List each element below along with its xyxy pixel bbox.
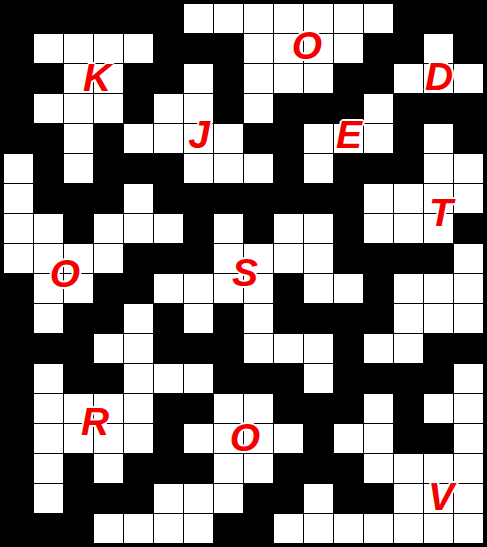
cell-r8c13[interactable] bbox=[364, 214, 393, 243]
cell-r7c16[interactable] bbox=[454, 184, 483, 213]
cell-r14c1 bbox=[4, 394, 33, 423]
cell-r17c11[interactable] bbox=[304, 484, 333, 513]
cell-r18c13[interactable] bbox=[364, 514, 393, 543]
cell-r5c2 bbox=[34, 124, 63, 153]
cell-r5c6[interactable] bbox=[154, 124, 183, 153]
cell-r7c11 bbox=[304, 184, 333, 213]
cell-r11c9[interactable] bbox=[244, 304, 273, 333]
cell-r8c3 bbox=[64, 214, 93, 243]
cell-r4c15 bbox=[424, 94, 453, 123]
cell-r7c14[interactable] bbox=[394, 184, 423, 213]
cell-r9c4[interactable] bbox=[94, 244, 123, 273]
cell-r6c3[interactable] bbox=[64, 154, 93, 183]
cell-r5c4 bbox=[94, 124, 123, 153]
cell-r14c11 bbox=[304, 394, 333, 423]
cell-r2c12[interactable] bbox=[334, 34, 363, 63]
cell-r16c5 bbox=[124, 454, 153, 483]
cell-r10c12[interactable] bbox=[334, 274, 363, 303]
cell-r4c3[interactable] bbox=[64, 94, 93, 123]
cell-r18c9 bbox=[244, 514, 273, 543]
cell-r1c4 bbox=[94, 4, 123, 33]
cell-r14c2[interactable] bbox=[34, 394, 63, 423]
cell-r5c11[interactable] bbox=[304, 124, 333, 153]
cell-r6c11[interactable] bbox=[304, 154, 333, 183]
cell-r9c8[interactable] bbox=[214, 244, 243, 273]
cell-r18c3 bbox=[64, 514, 93, 543]
cell-r18c14[interactable] bbox=[394, 514, 423, 543]
cell-r5c12[interactable] bbox=[334, 124, 363, 153]
cell-r12c13[interactable] bbox=[364, 334, 393, 363]
cell-r12c6 bbox=[154, 334, 183, 363]
cell-r7c4 bbox=[94, 184, 123, 213]
cell-r3c14[interactable] bbox=[394, 64, 423, 93]
cell-r7c8 bbox=[214, 184, 243, 213]
cell-r12c2 bbox=[34, 334, 63, 363]
cell-r5c14 bbox=[394, 124, 423, 153]
cell-r9c2[interactable] bbox=[34, 244, 63, 273]
cell-r8c15[interactable] bbox=[424, 214, 453, 243]
cell-r11c11 bbox=[304, 304, 333, 333]
cell-r7c1[interactable] bbox=[4, 184, 33, 213]
cell-r9c5 bbox=[124, 244, 153, 273]
cell-r9c3[interactable] bbox=[64, 244, 93, 273]
cell-r10c16[interactable] bbox=[454, 274, 483, 303]
cell-r6c13 bbox=[364, 154, 393, 183]
cell-r7c5[interactable] bbox=[124, 184, 153, 213]
cell-r3c16[interactable] bbox=[454, 64, 483, 93]
cell-r5c5[interactable] bbox=[124, 124, 153, 153]
cell-r13c16[interactable] bbox=[454, 364, 483, 393]
cell-r18c11[interactable] bbox=[304, 514, 333, 543]
cell-r9c11[interactable] bbox=[304, 244, 333, 273]
cell-r16c8[interactable] bbox=[214, 454, 243, 483]
cell-r4c10 bbox=[274, 94, 303, 123]
cell-r11c14[interactable] bbox=[394, 304, 423, 333]
cell-r11c13 bbox=[364, 304, 393, 333]
cell-r2c6 bbox=[154, 34, 183, 63]
cell-r12c8 bbox=[214, 334, 243, 363]
cell-r10c5 bbox=[124, 274, 153, 303]
cell-r15c8[interactable] bbox=[214, 424, 243, 453]
cell-r2c8 bbox=[214, 34, 243, 63]
cell-r4c11 bbox=[304, 94, 333, 123]
cell-r4c12 bbox=[334, 94, 363, 123]
cell-r16c16[interactable] bbox=[454, 454, 483, 483]
cell-r11c2[interactable] bbox=[34, 304, 63, 333]
cell-r8c16 bbox=[454, 214, 483, 243]
cell-r1c7[interactable] bbox=[184, 4, 213, 33]
cell-r8c4[interactable] bbox=[94, 214, 123, 243]
cell-r12c3 bbox=[64, 334, 93, 363]
cell-r3c15[interactable] bbox=[424, 64, 453, 93]
cell-r10c9[interactable] bbox=[244, 274, 273, 303]
cell-r14c5[interactable] bbox=[124, 394, 153, 423]
cell-r13c12 bbox=[334, 364, 363, 393]
cell-r6c7[interactable] bbox=[184, 154, 213, 183]
cell-r8c14[interactable] bbox=[394, 214, 423, 243]
cell-r14c15[interactable] bbox=[424, 394, 453, 423]
cell-r5c1 bbox=[4, 124, 33, 153]
cell-r11c6 bbox=[154, 304, 183, 333]
cell-r17c14[interactable] bbox=[394, 484, 423, 513]
cell-r16c4[interactable] bbox=[94, 454, 123, 483]
cell-r16c13[interactable] bbox=[364, 454, 393, 483]
cell-r3c2 bbox=[34, 64, 63, 93]
cell-r6c5 bbox=[124, 154, 153, 183]
cell-r12c1 bbox=[4, 334, 33, 363]
cell-r4c5 bbox=[124, 94, 153, 123]
cell-r4c13[interactable] bbox=[364, 94, 393, 123]
cell-r16c15[interactable] bbox=[424, 454, 453, 483]
cell-r15c13[interactable] bbox=[364, 424, 393, 453]
cell-r14c10 bbox=[274, 394, 303, 423]
cell-r14c3[interactable] bbox=[64, 394, 93, 423]
cell-r12c11[interactable] bbox=[304, 334, 333, 363]
cell-r1c12[interactable] bbox=[334, 4, 363, 33]
cell-r2c9[interactable] bbox=[244, 34, 273, 63]
cell-r18c4[interactable] bbox=[94, 514, 123, 543]
cell-r1c11[interactable] bbox=[304, 4, 333, 33]
cell-r11c7[interactable] bbox=[184, 304, 213, 333]
cell-r14c8[interactable] bbox=[214, 394, 243, 423]
cell-r2c2[interactable] bbox=[34, 34, 63, 63]
cell-r3c3[interactable] bbox=[64, 64, 93, 93]
cell-r8c5[interactable] bbox=[124, 214, 153, 243]
cell-r12c7 bbox=[184, 334, 213, 363]
cell-r17c4 bbox=[94, 484, 123, 513]
cell-r10c7[interactable] bbox=[184, 274, 213, 303]
cell-r11c8 bbox=[214, 304, 243, 333]
cell-r5c8[interactable] bbox=[214, 124, 243, 153]
cell-r4c16 bbox=[454, 94, 483, 123]
cell-r6c12 bbox=[334, 154, 363, 183]
cell-r3c12 bbox=[334, 64, 363, 93]
cell-r16c11 bbox=[304, 454, 333, 483]
cell-r15c5[interactable] bbox=[124, 424, 153, 453]
cell-r3c10[interactable] bbox=[274, 64, 303, 93]
cell-r11c3 bbox=[64, 304, 93, 333]
cell-r7c10 bbox=[274, 184, 303, 213]
cell-r10c1 bbox=[4, 274, 33, 303]
cell-r14c13[interactable] bbox=[364, 394, 393, 423]
grid-cells bbox=[4, 4, 483, 543]
cell-r10c8[interactable] bbox=[214, 274, 243, 303]
cell-r13c11[interactable] bbox=[304, 364, 333, 393]
cell-r16c12 bbox=[334, 454, 363, 483]
cell-r7c15[interactable] bbox=[424, 184, 453, 213]
cell-r5c9 bbox=[244, 124, 273, 153]
cell-r15c1 bbox=[4, 424, 33, 453]
cell-r14c12 bbox=[334, 394, 363, 423]
cell-r13c6[interactable] bbox=[154, 364, 183, 393]
cell-r12c5[interactable] bbox=[124, 334, 153, 363]
cell-r14c7 bbox=[184, 394, 213, 423]
cell-r5c7[interactable] bbox=[184, 124, 213, 153]
cell-r14c4[interactable] bbox=[94, 394, 123, 423]
cell-r3c8 bbox=[214, 64, 243, 93]
cell-r3c1 bbox=[4, 64, 33, 93]
cell-r9c6 bbox=[154, 244, 183, 273]
cell-r13c13 bbox=[364, 364, 393, 393]
cell-r13c3 bbox=[64, 364, 93, 393]
cell-r9c7 bbox=[184, 244, 213, 273]
cell-r6c6 bbox=[154, 154, 183, 183]
cell-r6c10 bbox=[274, 154, 303, 183]
cell-r14c14 bbox=[394, 394, 423, 423]
cell-r2c13 bbox=[364, 34, 393, 63]
cell-r4c7[interactable] bbox=[184, 94, 213, 123]
cell-r7c9 bbox=[244, 184, 273, 213]
cell-r15c10[interactable] bbox=[274, 424, 303, 453]
cell-r1c6 bbox=[154, 4, 183, 33]
cell-r17c3 bbox=[64, 484, 93, 513]
cell-r10c13 bbox=[364, 274, 393, 303]
cell-r7c13[interactable] bbox=[364, 184, 393, 213]
cell-r18c1 bbox=[4, 514, 33, 543]
cell-r2c10[interactable] bbox=[274, 34, 303, 63]
cell-r3c9[interactable] bbox=[244, 64, 273, 93]
cell-r2c14 bbox=[394, 34, 423, 63]
cell-r18c6[interactable] bbox=[154, 514, 183, 543]
cell-r3c6 bbox=[154, 64, 183, 93]
cell-r2c11[interactable] bbox=[304, 34, 333, 63]
cell-r3c13 bbox=[364, 64, 393, 93]
cell-r13c5[interactable] bbox=[124, 364, 153, 393]
cell-r9c10[interactable] bbox=[274, 244, 303, 273]
cell-r4c4[interactable] bbox=[94, 94, 123, 123]
cell-r10c11[interactable] bbox=[304, 274, 333, 303]
cell-r16c9[interactable] bbox=[244, 454, 273, 483]
cell-r17c1 bbox=[4, 484, 33, 513]
cell-r16c1 bbox=[4, 454, 33, 483]
cell-r1c15 bbox=[424, 4, 453, 33]
cell-r15c16[interactable] bbox=[454, 424, 483, 453]
cell-r14c16[interactable] bbox=[454, 394, 483, 423]
cell-r1c3 bbox=[64, 4, 93, 33]
cell-r13c14 bbox=[394, 364, 423, 393]
cell-r17c10 bbox=[274, 484, 303, 513]
cell-r18c2 bbox=[34, 514, 63, 543]
cell-r6c14 bbox=[394, 154, 423, 183]
cell-r11c1 bbox=[4, 304, 33, 333]
cell-r15c11 bbox=[304, 424, 333, 453]
cell-r18c7[interactable] bbox=[184, 514, 213, 543]
cell-r13c7[interactable] bbox=[184, 364, 213, 393]
cell-r5c16 bbox=[454, 124, 483, 153]
cell-r5c13[interactable] bbox=[364, 124, 393, 153]
cell-r8c6[interactable] bbox=[154, 214, 183, 243]
cell-r14c9[interactable] bbox=[244, 394, 273, 423]
cell-r9c1[interactable] bbox=[4, 244, 33, 273]
cell-r1c2 bbox=[34, 4, 63, 33]
cell-r17c8[interactable] bbox=[214, 484, 243, 513]
cell-r13c4 bbox=[94, 364, 123, 393]
cell-r8c2[interactable] bbox=[34, 214, 63, 243]
cell-r1c8[interactable] bbox=[214, 4, 243, 33]
cell-r12c12 bbox=[334, 334, 363, 363]
cell-r12c10[interactable] bbox=[274, 334, 303, 363]
cell-r4c6[interactable] bbox=[154, 94, 183, 123]
cell-r12c9[interactable] bbox=[244, 334, 273, 363]
cell-r9c16[interactable] bbox=[454, 244, 483, 273]
cell-r12c16 bbox=[454, 334, 483, 363]
cell-r17c6[interactable] bbox=[154, 484, 183, 513]
cell-r12c4[interactable] bbox=[94, 334, 123, 363]
cell-r7c2 bbox=[34, 184, 63, 213]
cell-r9c14 bbox=[394, 244, 423, 273]
cell-r15c9[interactable] bbox=[244, 424, 273, 453]
cell-r7c7 bbox=[184, 184, 213, 213]
cell-r4c8 bbox=[214, 94, 243, 123]
cell-r13c8 bbox=[214, 364, 243, 393]
cell-r15c4[interactable] bbox=[94, 424, 123, 453]
cell-r10c14[interactable] bbox=[394, 274, 423, 303]
cell-r5c3[interactable] bbox=[64, 124, 93, 153]
cell-r2c16 bbox=[454, 34, 483, 63]
cell-r10c2[interactable] bbox=[34, 274, 63, 303]
cell-r15c12[interactable] bbox=[334, 424, 363, 453]
cell-r11c12 bbox=[334, 304, 363, 333]
cell-r8c8[interactable] bbox=[214, 214, 243, 243]
cell-r10c4 bbox=[94, 274, 123, 303]
cell-r6c16[interactable] bbox=[454, 154, 483, 183]
cell-r17c7[interactable] bbox=[184, 484, 213, 513]
cell-r17c13 bbox=[364, 484, 393, 513]
cell-r1c13[interactable] bbox=[364, 4, 393, 33]
cell-r2c1 bbox=[4, 34, 33, 63]
cell-r15c14 bbox=[394, 424, 423, 453]
cell-r18c5[interactable] bbox=[124, 514, 153, 543]
cell-r13c10 bbox=[274, 364, 303, 393]
cell-r17c5 bbox=[124, 484, 153, 513]
cell-r10c10 bbox=[274, 274, 303, 303]
cell-r2c7 bbox=[184, 34, 213, 63]
cell-r15c7[interactable] bbox=[184, 424, 213, 453]
cell-r9c15 bbox=[424, 244, 453, 273]
cell-r2c3[interactable] bbox=[64, 34, 93, 63]
cell-r16c7 bbox=[184, 454, 213, 483]
cell-r16c3 bbox=[64, 454, 93, 483]
cell-r17c16[interactable] bbox=[454, 484, 483, 513]
cell-r11c10 bbox=[274, 304, 303, 333]
cell-r7c3 bbox=[64, 184, 93, 213]
cell-r17c12 bbox=[334, 484, 363, 513]
cell-r1c9[interactable] bbox=[244, 4, 273, 33]
cell-r6c4 bbox=[94, 154, 123, 183]
cell-r1c14 bbox=[394, 4, 423, 33]
cell-r13c9 bbox=[244, 364, 273, 393]
cell-r18c10[interactable] bbox=[274, 514, 303, 543]
cell-r16c2[interactable] bbox=[34, 454, 63, 483]
cell-r15c6 bbox=[154, 424, 183, 453]
cell-r7c6 bbox=[154, 184, 183, 213]
cell-r15c3[interactable] bbox=[64, 424, 93, 453]
cell-r1c5 bbox=[124, 4, 153, 33]
cell-r10c3[interactable] bbox=[64, 274, 93, 303]
cell-r13c15 bbox=[424, 364, 453, 393]
cell-r10c15[interactable] bbox=[424, 274, 453, 303]
cell-r8c1[interactable] bbox=[4, 214, 33, 243]
cell-r3c11[interactable] bbox=[304, 64, 333, 93]
cell-r11c16[interactable] bbox=[454, 304, 483, 333]
cell-r7c12 bbox=[334, 184, 363, 213]
cell-r3c4[interactable] bbox=[94, 64, 123, 93]
cell-r18c16[interactable] bbox=[454, 514, 483, 543]
cell-r15c15 bbox=[424, 424, 453, 453]
cell-r8c11[interactable] bbox=[304, 214, 333, 243]
cell-r4c14 bbox=[394, 94, 423, 123]
cell-r1c10[interactable] bbox=[274, 4, 303, 33]
cell-r13c2[interactable] bbox=[34, 364, 63, 393]
cell-r17c2[interactable] bbox=[34, 484, 63, 513]
cell-r4c2[interactable] bbox=[34, 94, 63, 123]
cell-r3c5 bbox=[124, 64, 153, 93]
cell-r8c12 bbox=[334, 214, 363, 243]
cell-r4c9[interactable] bbox=[244, 94, 273, 123]
cell-r5c15[interactable] bbox=[424, 124, 453, 153]
cell-r9c12 bbox=[334, 244, 363, 273]
cell-r6c1[interactable] bbox=[4, 154, 33, 183]
cell-r16c6 bbox=[154, 454, 183, 483]
cell-r8c9 bbox=[244, 214, 273, 243]
cell-r4c1 bbox=[4, 94, 33, 123]
cell-r17c9 bbox=[244, 484, 273, 513]
cell-r2c4[interactable] bbox=[94, 34, 123, 63]
cell-r6c9[interactable] bbox=[244, 154, 273, 183]
cell-r12c14[interactable] bbox=[394, 334, 423, 363]
cell-r16c10 bbox=[274, 454, 303, 483]
cell-r3c7[interactable] bbox=[184, 64, 213, 93]
cell-r16c14[interactable] bbox=[394, 454, 423, 483]
cell-r1c1 bbox=[4, 4, 33, 33]
cell-r2c15[interactable] bbox=[424, 34, 453, 63]
cell-r18c8 bbox=[214, 514, 243, 543]
cell-r14c6 bbox=[154, 394, 183, 423]
crossword-grid: KODJETOSROV bbox=[0, 0, 487, 547]
cell-r17c15[interactable] bbox=[424, 484, 453, 513]
cell-r2c5[interactable] bbox=[124, 34, 153, 63]
cell-r5c10 bbox=[274, 124, 303, 153]
cell-r18c12[interactable] bbox=[334, 514, 363, 543]
cell-r15c2[interactable] bbox=[34, 424, 63, 453]
cell-r1c16 bbox=[454, 4, 483, 33]
cell-r13c1 bbox=[4, 364, 33, 393]
cell-r8c10[interactable] bbox=[274, 214, 303, 243]
cell-r6c15[interactable] bbox=[424, 154, 453, 183]
cell-r11c4 bbox=[94, 304, 123, 333]
cell-r18c15[interactable] bbox=[424, 514, 453, 543]
cell-r10c6[interactable] bbox=[154, 274, 183, 303]
cell-r8c7 bbox=[184, 214, 213, 243]
cell-r6c8[interactable] bbox=[214, 154, 243, 183]
cell-r9c9[interactable] bbox=[244, 244, 273, 273]
cell-r11c15[interactable] bbox=[424, 304, 453, 333]
cell-r11c5[interactable] bbox=[124, 304, 153, 333]
cell-r9c13 bbox=[364, 244, 393, 273]
cell-r12c15 bbox=[424, 334, 453, 363]
cell-r6c2 bbox=[34, 154, 63, 183]
